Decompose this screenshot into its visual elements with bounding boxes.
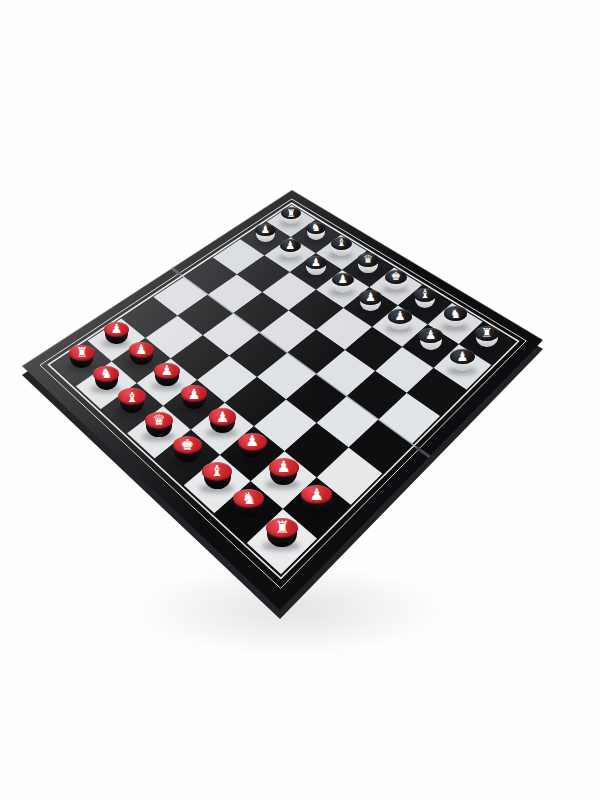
- photo-stage: ♜♞♟♝♟♛♟♚♟♝♟♞♟♟♜♟♟♜♟♟♞♟♝♟♛♟♚♟♝♟♞♜: [0, 0, 600, 800]
- glare-overlay: [22, 190, 543, 610]
- chess-board: [0, 0, 600, 800]
